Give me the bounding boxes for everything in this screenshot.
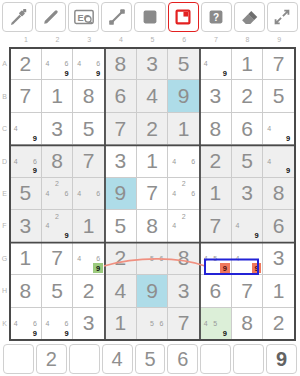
cell-E4[interactable]: 9 — [105, 178, 137, 210]
row-label-F: F — [0, 222, 9, 229]
candidate-9: 9 — [220, 263, 230, 273]
cell-H2[interactable]: 5 — [42, 275, 74, 307]
cell-value: 9 — [105, 178, 136, 209]
cell-A9[interactable]: 7 — [263, 48, 295, 80]
cell-value: 5 — [168, 48, 199, 79]
tool-pen-button[interactable] — [2, 2, 33, 32]
cell-K5[interactable]: 56 — [137, 308, 169, 340]
cell-value: 7 — [232, 275, 263, 306]
candidate-grid: 459 — [201, 309, 230, 338]
cell-B7[interactable]: 3 — [200, 80, 232, 112]
candidate-9: 9 — [252, 263, 262, 273]
cell-value: 3 — [10, 210, 41, 241]
cell-G7[interactable]: 459 — [200, 243, 232, 275]
tool-chain-button[interactable] — [101, 2, 132, 32]
cell-H7[interactable]: 6 — [200, 275, 232, 307]
digit-button-empty-3[interactable] — [69, 344, 100, 374]
candidate-4: 4 — [74, 189, 84, 199]
cell-H9[interactable]: 1 — [263, 275, 295, 307]
candidate-6: 6 — [93, 189, 103, 199]
candidate-grid: 469 — [74, 49, 103, 78]
cell-B5[interactable]: 4 — [137, 80, 169, 112]
candidate-4: 4 — [201, 59, 211, 69]
cell-K1[interactable]: 469 — [10, 308, 42, 340]
cell-value: 5 — [10, 178, 41, 209]
cell-F7[interactable]: 7 — [200, 210, 232, 242]
candidate-9: 9 — [283, 134, 293, 144]
tool-color-square-button[interactable] — [134, 2, 165, 32]
col-label-6: 6 — [174, 36, 194, 43]
cell-value: 6 — [105, 80, 136, 111]
candidate-4: 4 — [201, 318, 211, 328]
pencil-icon — [40, 6, 62, 28]
cell-E8[interactable]: 3 — [232, 178, 264, 210]
cell-value: 2 — [137, 113, 168, 144]
cell-H1[interactable]: 8 — [10, 275, 42, 307]
candidate-grid: 49 — [264, 114, 293, 143]
cell-F3[interactable]: 1 — [73, 210, 105, 242]
cell-value: 8 — [200, 113, 231, 144]
square-icon — [139, 6, 161, 28]
digit-button-empty-1[interactable] — [3, 344, 34, 374]
cell-value: 2 — [200, 145, 231, 176]
candidate-4: 4 — [233, 221, 243, 231]
candidate-grid: 469 — [43, 309, 72, 338]
candidate-6: 6 — [62, 59, 72, 69]
candidate-grid: 46 — [169, 146, 198, 175]
cell-value: 8 — [73, 80, 104, 111]
col-label-7: 7 — [206, 36, 226, 43]
cell-value: 7 — [168, 308, 199, 339]
candidate-4: 4 — [264, 156, 274, 166]
cell-value: 8 — [137, 210, 168, 241]
cell-value: 5 — [232, 145, 263, 176]
cell-A5[interactable]: 3 — [137, 48, 169, 80]
candidate-4: 4 — [43, 189, 53, 199]
cell-H3[interactable]: 2 — [73, 275, 105, 307]
cell-value: 1 — [232, 48, 263, 79]
candidate-grid: 49 — [233, 211, 262, 240]
col-label-9: 9 — [269, 36, 289, 43]
cell-value: 1 — [263, 275, 294, 306]
cell-B6[interactable]: 9 — [168, 80, 200, 112]
cell-value: 1 — [73, 210, 104, 241]
candidate-9: 9 — [30, 328, 40, 338]
candidate-9: 9 — [30, 134, 40, 144]
cell-value: 8 — [42, 145, 73, 176]
candidate-5: 5 — [211, 253, 221, 263]
cell-value: 4 — [105, 275, 136, 306]
cell-value: 3 — [232, 178, 263, 209]
cell-B8[interactable]: 2 — [232, 80, 264, 112]
candidate-grid: 46 — [74, 179, 103, 208]
cell-B1[interactable]: 7 — [10, 80, 42, 112]
candidate-grid: 469 — [74, 244, 103, 273]
candidate-5: 5 — [147, 253, 157, 263]
tool-eraser-button[interactable] — [234, 2, 265, 32]
col-label-1: 1 — [16, 36, 36, 43]
cell-D6[interactable]: 46 — [168, 145, 200, 177]
cell-value: 3 — [168, 275, 199, 306]
cell-F9[interactable]: 6 — [263, 210, 295, 242]
candidate-9: 9 — [252, 231, 262, 241]
cell-value: 6 — [263, 210, 294, 241]
row-label-H: H — [0, 287, 9, 294]
cell-C5[interactable]: 2 — [137, 113, 169, 145]
candidate-grid: 56 — [138, 309, 167, 338]
tool-search-button[interactable]: EQ — [68, 2, 99, 32]
cell-value: 8 — [168, 243, 199, 274]
candidate-9: 9 — [93, 263, 103, 273]
candidate-9: 9 — [220, 328, 230, 338]
cell-D1[interactable]: 469 — [10, 145, 42, 177]
row-label-D: D — [0, 158, 9, 165]
candidate-6: 6 — [188, 156, 198, 166]
candidate-grid: 49 — [233, 244, 262, 273]
sudoku-grid: 2469469835491771864932549357218649469873… — [10, 48, 295, 340]
cell-value: 5 — [73, 113, 104, 144]
cell-value: 3 — [137, 48, 168, 79]
cell-value: 7 — [42, 243, 73, 274]
cell-A7[interactable]: 49 — [200, 48, 232, 80]
digit-button-2[interactable]: 2 — [36, 344, 67, 374]
cell-A1[interactable]: 2 — [10, 48, 42, 80]
candidate-5: 5 — [211, 318, 221, 328]
cell-C1[interactable]: 49 — [10, 113, 42, 145]
cell-G2[interactable]: 7 — [42, 243, 74, 275]
cell-K7[interactable]: 459 — [200, 308, 232, 340]
cell-value: 1 — [105, 308, 136, 339]
cell-value: 1 — [168, 113, 199, 144]
cell-value: 8 — [105, 48, 136, 79]
digit-button-empty-8[interactable] — [233, 344, 264, 374]
cell-D5[interactable]: 1 — [137, 145, 169, 177]
candidate-5: 5 — [147, 318, 157, 328]
cell-value: 2 — [105, 243, 136, 274]
cell-F6[interactable]: 24 — [168, 210, 200, 242]
digit-button-5[interactable]: 5 — [135, 344, 166, 374]
candidate-4: 4 — [74, 59, 84, 69]
cell-G3[interactable]: 469 — [73, 243, 105, 275]
candidate-6: 6 — [62, 189, 72, 199]
cell-value: 5 — [263, 80, 294, 111]
cell-F5[interactable]: 8 — [137, 210, 169, 242]
candidate-4: 4 — [11, 124, 21, 134]
cell-F2[interactable]: 249 — [42, 210, 74, 242]
cell-D4[interactable]: 3 — [105, 145, 137, 177]
cell-F8[interactable]: 49 — [232, 210, 264, 242]
cell-C6[interactable]: 1 — [168, 113, 200, 145]
cell-value: 9 — [137, 275, 168, 306]
cell-K6[interactable]: 7 — [168, 308, 200, 340]
tool-expand-button[interactable] — [267, 2, 298, 32]
cell-value: 7 — [200, 210, 231, 241]
tool-corner-mark-button[interactable] — [168, 2, 199, 32]
cell-C8[interactable]: 6 — [232, 113, 264, 145]
candidate-9: 9 — [62, 328, 72, 338]
cell-A2[interactable]: 469 — [42, 48, 74, 80]
cell-F1[interactable]: 3 — [10, 210, 42, 242]
row-label-G: G — [0, 255, 9, 262]
candidate-grid: 469 — [11, 309, 40, 338]
candidate-6: 6 — [157, 318, 167, 328]
cell-C4[interactable]: 7 — [105, 113, 137, 145]
candidate-grid: 246 — [169, 179, 198, 208]
candidate-2: 2 — [179, 211, 189, 221]
cell-C2[interactable]: 3 — [42, 113, 74, 145]
digit-button-9[interactable]: 9 — [266, 344, 297, 374]
candidate-9: 9 — [220, 69, 230, 79]
cell-B2[interactable]: 1 — [42, 80, 74, 112]
cell-D8[interactable]: 5 — [232, 145, 264, 177]
candidate-4: 4 — [169, 189, 179, 199]
cell-value: 1 — [137, 145, 168, 176]
row-label-A: A — [0, 60, 9, 67]
candidate-9: 9 — [30, 166, 40, 176]
candidate-grid: 49 — [201, 49, 230, 78]
candidate-grid: 469 — [11, 146, 40, 175]
candidate-4: 4 — [169, 221, 179, 231]
cell-A8[interactable]: 1 — [232, 48, 264, 80]
candidate-6: 6 — [30, 318, 40, 328]
corner-mark-icon — [172, 6, 194, 28]
pen-icon — [7, 6, 29, 28]
cell-value: 7 — [105, 113, 136, 144]
cell-A4[interactable]: 8 — [105, 48, 137, 80]
cell-A6[interactable]: 5 — [168, 48, 200, 80]
svg-text:?: ? — [213, 12, 219, 23]
cell-value: 8 — [10, 275, 41, 306]
candidate-4: 4 — [11, 318, 21, 328]
candidate-grid: 56 — [138, 244, 167, 273]
cell-C7[interactable]: 8 — [200, 113, 232, 145]
digit-button-empty-7[interactable] — [200, 344, 231, 374]
candidate-9: 9 — [93, 69, 103, 79]
cell-G8[interactable]: 49 — [232, 243, 264, 275]
chain-icon — [106, 6, 128, 28]
cell-D3[interactable]: 7 — [73, 145, 105, 177]
candidate-4: 4 — [11, 156, 21, 166]
cell-K3[interactable]: 3 — [73, 308, 105, 340]
candidate-grid: 459 — [201, 244, 230, 273]
candidate-6: 6 — [188, 189, 198, 199]
cell-G9[interactable]: 3 — [263, 243, 295, 275]
col-label-5: 5 — [143, 36, 163, 43]
tool-pencil-button[interactable] — [35, 2, 66, 32]
row-label-C: C — [0, 125, 9, 132]
candidate-9: 9 — [283, 166, 293, 176]
candidate-grid: 469 — [43, 49, 72, 78]
expand-icon — [271, 6, 293, 28]
sudoku-app: EQ? 123456789ABCDEFGHK 24694698354917718… — [0, 0, 300, 376]
candidate-6: 6 — [93, 59, 103, 69]
cell-E7[interactable]: 1 — [200, 178, 232, 210]
col-label-8: 8 — [238, 36, 258, 43]
cell-value: 2 — [263, 308, 294, 339]
cell-E6[interactable]: 246 — [168, 178, 200, 210]
candidate-grid: 49 — [264, 146, 293, 175]
row-label-E: E — [0, 190, 9, 197]
cell-G1[interactable]: 1 — [10, 243, 42, 275]
cell-K2[interactable]: 469 — [42, 308, 74, 340]
cell-E3[interactable]: 46 — [73, 178, 105, 210]
col-label-2: 2 — [48, 36, 68, 43]
candidate-grid: 246 — [43, 179, 72, 208]
cell-K9[interactable]: 2 — [263, 308, 295, 340]
cell-A3[interactable]: 469 — [73, 48, 105, 80]
candidate-4: 4 — [43, 59, 53, 69]
cell-value: 8 — [232, 308, 263, 339]
cell-value: 2 — [10, 48, 41, 79]
search-icon: EQ — [72, 6, 96, 28]
cell-B3[interactable]: 8 — [73, 80, 105, 112]
candidate-grid: 249 — [43, 211, 72, 240]
tool-help-button[interactable]: ? — [201, 2, 232, 32]
col-label-3: 3 — [79, 36, 99, 43]
eraser-icon — [238, 6, 260, 28]
digit-selector-row: 24569 — [3, 344, 297, 374]
candidate-9: 9 — [62, 69, 72, 79]
candidate-grid: 49 — [11, 114, 40, 143]
cell-value: 9 — [168, 80, 199, 111]
cell-H4[interactable]: 4 — [105, 275, 137, 307]
cell-value: 3 — [105, 145, 136, 176]
cell-C3[interactable]: 5 — [73, 113, 105, 145]
cell-value: 7 — [263, 48, 294, 79]
candidate-4: 4 — [264, 124, 274, 134]
cell-value: 2 — [73, 275, 104, 306]
candidate-4: 4 — [43, 221, 53, 231]
candidate-6: 6 — [62, 318, 72, 328]
cell-value: 8 — [263, 178, 294, 209]
cell-G4[interactable]: 2 — [105, 243, 137, 275]
candidate-2: 2 — [52, 211, 62, 221]
cell-value: 3 — [73, 308, 104, 339]
candidate-4: 4 — [43, 318, 53, 328]
cell-value: 7 — [10, 80, 41, 111]
cell-D9[interactable]: 49 — [263, 145, 295, 177]
col-label-4: 4 — [111, 36, 131, 43]
cell-F4[interactable]: 5 — [105, 210, 137, 242]
cell-E5[interactable]: 7 — [137, 178, 169, 210]
candidate-4: 4 — [201, 253, 211, 263]
candidate-4: 4 — [74, 253, 84, 263]
candidate-6: 6 — [30, 156, 40, 166]
cell-value: 5 — [42, 275, 73, 306]
cell-H8[interactable]: 7 — [232, 275, 264, 307]
cell-value: 5 — [105, 210, 136, 241]
digit-button-4[interactable]: 4 — [102, 344, 133, 374]
cell-H5[interactable]: 9 — [137, 275, 169, 307]
cell-K8[interactable]: 8 — [232, 308, 264, 340]
cell-C9[interactable]: 49 — [263, 113, 295, 145]
row-label-K: K — [0, 320, 9, 327]
cell-value: 7 — [137, 178, 168, 209]
candidate-6: 6 — [93, 253, 103, 263]
candidate-2: 2 — [52, 179, 62, 189]
cell-value: 6 — [232, 113, 263, 144]
cell-E2[interactable]: 246 — [42, 178, 74, 210]
cell-D7[interactable]: 2 — [200, 145, 232, 177]
toolbar: EQ? — [2, 2, 298, 32]
cell-value: 7 — [73, 145, 104, 176]
cell-value: 4 — [137, 80, 168, 111]
candidate-6: 6 — [157, 253, 167, 263]
cell-value: 1 — [200, 178, 231, 209]
cell-D2[interactable]: 8 — [42, 145, 74, 177]
candidate-2: 2 — [179, 179, 189, 189]
candidate-4: 4 — [169, 156, 179, 166]
cell-G6[interactable]: 8 — [168, 243, 200, 275]
help-icon: ? — [205, 6, 227, 28]
cell-E9[interactable]: 8 — [263, 178, 295, 210]
candidate-9: 9 — [62, 231, 72, 241]
cell-H6[interactable]: 3 — [168, 275, 200, 307]
cell-B9[interactable]: 5 — [263, 80, 295, 112]
cell-value: 3 — [263, 243, 294, 274]
cell-value: 3 — [200, 80, 231, 111]
candidate-4: 4 — [233, 253, 243, 263]
digit-button-6[interactable]: 6 — [167, 344, 198, 374]
cell-value: 3 — [42, 113, 73, 144]
row-label-B: B — [0, 93, 9, 100]
cell-value: 6 — [200, 275, 231, 306]
cell-value: 1 — [42, 80, 73, 111]
cell-B4[interactable]: 6 — [105, 80, 137, 112]
cell-value: 2 — [232, 80, 263, 111]
cell-value: 1 — [10, 243, 41, 274]
cell-E1[interactable]: 5 — [10, 178, 42, 210]
cell-G5[interactable]: 56 — [137, 243, 169, 275]
candidate-grid: 24 — [169, 211, 198, 240]
cell-K4[interactable]: 1 — [105, 308, 137, 340]
